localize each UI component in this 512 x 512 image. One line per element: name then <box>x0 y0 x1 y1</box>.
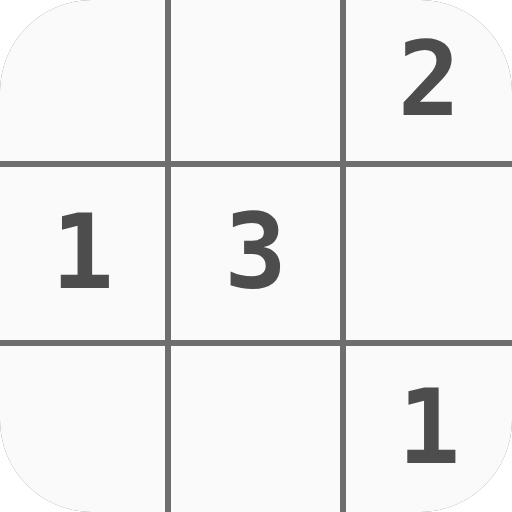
cell-digit: 2 <box>398 27 461 131</box>
sudoku-grid: 2 1 3 1 <box>0 0 512 512</box>
cell-digit: 1 <box>398 375 461 479</box>
cell-r3c1[interactable] <box>0 346 165 512</box>
cell-r2c1[interactable]: 1 <box>0 167 165 340</box>
cell-digit: 1 <box>51 200 114 304</box>
cell-r2c3[interactable] <box>346 167 512 340</box>
cell-r3c2[interactable] <box>171 346 340 512</box>
cell-r1c3[interactable]: 2 <box>346 0 512 161</box>
sudoku-icon-tile: 2 1 3 1 <box>0 0 512 512</box>
cell-digit: 3 <box>224 200 287 304</box>
cell-r3c3[interactable]: 1 <box>346 346 512 512</box>
cell-r1c1[interactable] <box>0 0 165 161</box>
cell-r1c2[interactable] <box>171 0 340 161</box>
app-icon-canvas: 2 1 3 1 <box>0 0 512 512</box>
cell-r2c2[interactable]: 3 <box>171 167 340 340</box>
